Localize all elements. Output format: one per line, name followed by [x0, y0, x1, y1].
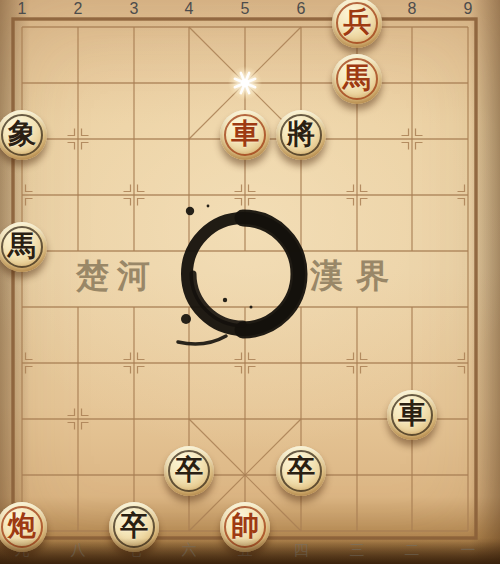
piece-glyph: 象 [8, 120, 36, 148]
file-label-bottom-7: 三 [344, 541, 370, 560]
river-label-han-jie: 漢界 [310, 254, 402, 299]
file-label-top-8: 8 [399, 0, 425, 18]
piece-glyph: 車 [398, 400, 426, 428]
piece-glyph: 馬 [8, 232, 36, 260]
piece-red-chariot[interactable]: 車 [220, 110, 270, 160]
river-label-chu-he: 楚河 [76, 254, 158, 299]
file-label-bottom-6: 四 [288, 541, 314, 560]
file-label-bottom-2: 八 [65, 541, 91, 560]
piece-glyph: 馬 [343, 64, 371, 92]
file-label-top-3: 3 [121, 0, 147, 18]
piece-glyph: 兵 [343, 8, 371, 36]
xiangqi-board: 楚河 漢界 兵馬車將象馬車卒卒卒帥炮 123456789九八七六五四三二一 [0, 0, 500, 564]
piece-black-soldier[interactable]: 卒 [164, 446, 214, 496]
piece-black-soldier[interactable]: 卒 [276, 446, 326, 496]
file-label-top-5: 5 [232, 0, 258, 18]
file-label-bottom-8: 二 [399, 541, 425, 560]
piece-glyph: 卒 [175, 456, 203, 484]
file-label-top-1: 1 [9, 0, 35, 18]
piece-glyph: 卒 [287, 456, 315, 484]
file-label-top-6: 6 [288, 0, 314, 18]
file-label-top-4: 4 [176, 0, 202, 18]
piece-red-general[interactable]: 帥 [220, 502, 270, 552]
board-grid[interactable] [0, 0, 500, 564]
piece-glyph: 將 [287, 120, 315, 148]
piece-glyph: 炮 [8, 512, 36, 540]
piece-black-chariot[interactable]: 車 [387, 390, 437, 440]
piece-red-soldier[interactable]: 兵 [332, 0, 382, 48]
file-label-top-2: 2 [65, 0, 91, 18]
piece-glyph: 卒 [120, 512, 148, 540]
piece-glyph: 車 [231, 120, 259, 148]
piece-black-general[interactable]: 將 [276, 110, 326, 160]
piece-glyph: 帥 [231, 512, 259, 540]
piece-black-soldier[interactable]: 卒 [109, 502, 159, 552]
piece-red-horse[interactable]: 馬 [332, 54, 382, 104]
file-label-bottom-9: 一 [455, 541, 481, 560]
file-label-bottom-4: 六 [176, 541, 202, 560]
file-label-top-9: 9 [455, 0, 481, 18]
